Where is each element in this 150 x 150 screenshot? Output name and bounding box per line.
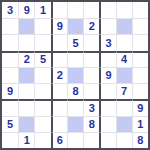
given-digit: 2 <box>89 21 95 32</box>
cell-r5c3[interactable] <box>34 67 50 83</box>
cell-r2c8[interactable] <box>116 18 132 34</box>
given-digit: 7 <box>121 86 127 97</box>
cell-r3c8[interactable] <box>116 34 132 50</box>
given-digit: 3 <box>105 38 111 49</box>
cell-r3c5[interactable]: 5 <box>67 34 83 50</box>
given-digit: 4 <box>121 54 127 65</box>
cell-r3c7[interactable]: 3 <box>99 34 115 50</box>
cell-r5c1[interactable] <box>2 67 18 83</box>
given-digit: 9 <box>24 5 30 16</box>
cell-r2c2[interactable] <box>18 18 34 34</box>
given-digit: 9 <box>137 103 143 114</box>
cell-r8c4[interactable] <box>51 116 67 132</box>
given-digit: 9 <box>57 21 63 32</box>
cell-r2c4[interactable]: 9 <box>51 18 67 34</box>
given-digit: 9 <box>7 86 13 97</box>
cell-r8c8[interactable] <box>116 116 132 132</box>
cell-r3c1[interactable] <box>2 34 18 50</box>
cell-r6c9[interactable] <box>132 83 148 99</box>
given-digit: 1 <box>137 119 143 130</box>
sudoku-app: 39192532542998739581168 <box>0 0 150 150</box>
cell-r4c6[interactable] <box>83 51 99 67</box>
given-digit: 5 <box>7 119 13 130</box>
cell-r9c2[interactable]: 1 <box>18 132 34 148</box>
cell-r2c6[interactable]: 2 <box>83 18 99 34</box>
cell-r9c6[interactable] <box>83 132 99 148</box>
given-digit: 5 <box>40 54 46 65</box>
cell-r1c2[interactable]: 9 <box>18 2 34 18</box>
cell-r3c6[interactable] <box>83 34 99 50</box>
cell-r5c2[interactable] <box>18 67 34 83</box>
cell-r7c6[interactable]: 3 <box>83 99 99 115</box>
cell-r5c6[interactable] <box>83 67 99 83</box>
given-digit: 8 <box>137 135 143 146</box>
cell-r4c7[interactable] <box>99 51 115 67</box>
cell-r4c2[interactable]: 2 <box>18 51 34 67</box>
cell-r1c4[interactable] <box>51 2 67 18</box>
given-digit: 1 <box>24 135 30 146</box>
cell-r9c3[interactable] <box>34 132 50 148</box>
cell-r6c6[interactable] <box>83 83 99 99</box>
cell-r7c9[interactable]: 9 <box>132 99 148 115</box>
cell-r1c7[interactable] <box>99 2 115 18</box>
cell-r5c7[interactable]: 9 <box>99 67 115 83</box>
cell-r2c5[interactable] <box>67 18 83 34</box>
cell-r1c1[interactable]: 3 <box>2 2 18 18</box>
cell-r1c3[interactable]: 1 <box>34 2 50 18</box>
cell-r9c9[interactable]: 8 <box>132 132 148 148</box>
cell-r6c4[interactable] <box>51 83 67 99</box>
cell-r3c2[interactable] <box>18 34 34 50</box>
cell-r7c5[interactable] <box>67 99 83 115</box>
cell-r7c1[interactable] <box>2 99 18 115</box>
cell-r7c8[interactable] <box>116 99 132 115</box>
cell-r8c1[interactable]: 5 <box>2 116 18 132</box>
cell-r9c7[interactable] <box>99 132 115 148</box>
cell-r8c3[interactable] <box>34 116 50 132</box>
cell-r8c2[interactable] <box>18 116 34 132</box>
cell-r9c4[interactable]: 6 <box>51 132 67 148</box>
given-digit: 5 <box>72 38 78 49</box>
cell-r1c8[interactable] <box>116 2 132 18</box>
cell-r5c8[interactable] <box>116 67 132 83</box>
cell-r7c3[interactable] <box>34 99 50 115</box>
given-digit: 6 <box>57 135 63 146</box>
cell-r6c5[interactable]: 8 <box>67 83 83 99</box>
cell-r1c9[interactable] <box>132 2 148 18</box>
cell-r7c2[interactable] <box>18 99 34 115</box>
cell-r8c5[interactable] <box>67 116 83 132</box>
cell-r5c9[interactable] <box>132 67 148 83</box>
cell-r9c1[interactable] <box>2 132 18 148</box>
sudoku-board: 39192532542998739581168 <box>0 0 150 150</box>
cell-r1c6[interactable] <box>83 2 99 18</box>
given-digit: 3 <box>7 5 13 16</box>
cell-r5c4[interactable]: 2 <box>51 67 67 83</box>
cell-r4c1[interactable] <box>2 51 18 67</box>
given-digit: 9 <box>105 70 111 81</box>
cell-r9c5[interactable] <box>67 132 83 148</box>
cell-r3c3[interactable] <box>34 34 50 50</box>
cell-r4c5[interactable] <box>67 51 83 67</box>
given-digit: 1 <box>40 5 46 16</box>
cell-r2c9[interactable] <box>132 18 148 34</box>
cell-r4c9[interactable] <box>132 51 148 67</box>
cell-r6c2[interactable] <box>18 83 34 99</box>
cell-r2c1[interactable] <box>2 18 18 34</box>
cell-r8c7[interactable] <box>99 116 115 132</box>
given-digit: 8 <box>72 86 78 97</box>
cell-r2c3[interactable] <box>34 18 50 34</box>
cell-r2c7[interactable] <box>99 18 115 34</box>
cell-r4c3[interactable]: 5 <box>34 51 50 67</box>
cell-r4c8[interactable]: 4 <box>116 51 132 67</box>
given-digit: 8 <box>89 119 95 130</box>
given-digit: 3 <box>89 103 95 114</box>
cell-r7c7[interactable] <box>99 99 115 115</box>
cell-r8c9[interactable]: 1 <box>132 116 148 132</box>
cell-r6c7[interactable] <box>99 83 115 99</box>
cell-r6c1[interactable]: 9 <box>2 83 18 99</box>
cell-r1c5[interactable] <box>67 2 83 18</box>
cell-r4c4[interactable] <box>51 51 67 67</box>
cell-r5c5[interactable] <box>67 67 83 83</box>
cell-r9c8[interactable] <box>116 132 132 148</box>
given-digit: 2 <box>57 70 63 81</box>
cell-r3c4[interactable] <box>51 34 67 50</box>
cell-r6c8[interactable]: 7 <box>116 83 132 99</box>
cell-r8c6[interactable]: 8 <box>83 116 99 132</box>
cell-r6c3[interactable] <box>34 83 50 99</box>
given-digit: 2 <box>24 54 30 65</box>
cell-r3c9[interactable] <box>132 34 148 50</box>
cell-r7c4[interactable] <box>51 99 67 115</box>
